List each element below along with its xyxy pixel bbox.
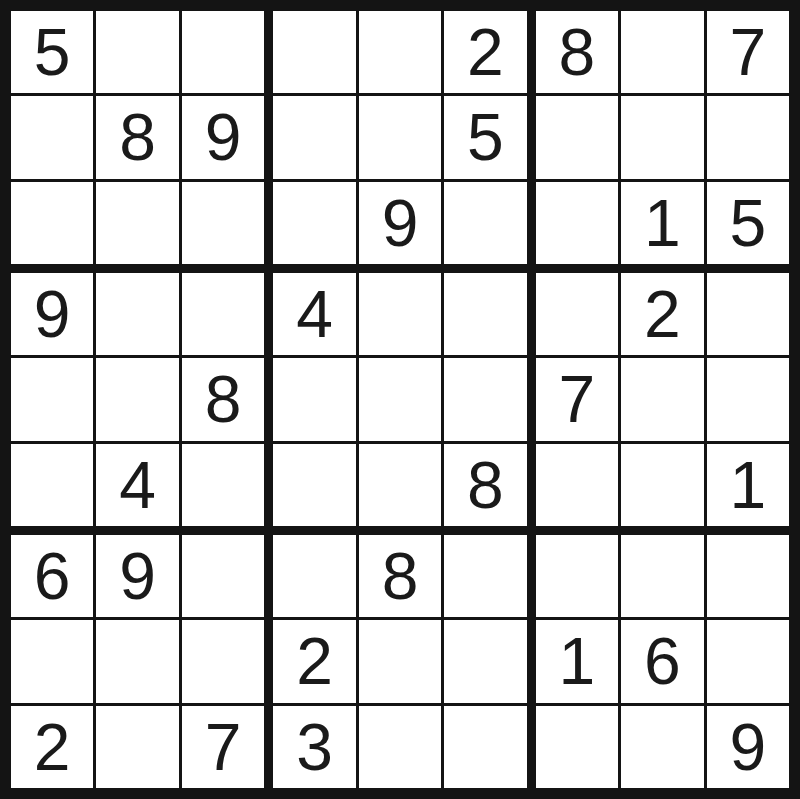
cell-r3c6[interactable] [444, 182, 526, 264]
cell-r3c7[interactable] [536, 182, 618, 264]
cell-r8c7[interactable]: 1 [536, 620, 618, 702]
cell-r7c5[interactable]: 8 [359, 535, 441, 617]
cell-r3c1[interactable] [11, 182, 93, 264]
cell-r5c3[interactable]: 8 [182, 358, 264, 440]
cell-r9c2[interactable] [96, 706, 178, 788]
cell-r1c9[interactable]: 7 [707, 11, 789, 93]
cell-r5c8[interactable] [621, 358, 703, 440]
cell-r9c4[interactable]: 3 [273, 706, 355, 788]
cell-r9c5[interactable] [359, 706, 441, 788]
cell-r2c9[interactable] [707, 96, 789, 178]
cell-r6c6[interactable]: 8 [444, 444, 526, 526]
cell-r5c2[interactable] [96, 358, 178, 440]
cell-r4c8[interactable]: 2 [621, 273, 703, 355]
box-r3c3: 169 [536, 535, 789, 788]
cell-r4c6[interactable] [444, 273, 526, 355]
cell-r4c9[interactable] [707, 273, 789, 355]
sudoku-board: 5892598715984482716927823169 [0, 0, 800, 799]
cell-r8c8[interactable]: 6 [621, 620, 703, 702]
cell-r6c9[interactable]: 1 [707, 444, 789, 526]
cell-r4c2[interactable] [96, 273, 178, 355]
cell-r1c8[interactable] [621, 11, 703, 93]
cell-r5c1[interactable] [11, 358, 93, 440]
cell-r7c3[interactable] [182, 535, 264, 617]
cell-r8c6[interactable] [444, 620, 526, 702]
cell-r1c5[interactable] [359, 11, 441, 93]
box-r2c1: 984 [11, 273, 264, 526]
cell-r2c4[interactable] [273, 96, 355, 178]
cell-r3c5[interactable]: 9 [359, 182, 441, 264]
cell-r7c9[interactable] [707, 535, 789, 617]
cell-r2c3[interactable]: 9 [182, 96, 264, 178]
cell-r3c3[interactable] [182, 182, 264, 264]
cell-r6c3[interactable] [182, 444, 264, 526]
cell-r8c9[interactable] [707, 620, 789, 702]
cell-r8c1[interactable] [11, 620, 93, 702]
cell-r1c3[interactable] [182, 11, 264, 93]
cell-r5c7[interactable]: 7 [536, 358, 618, 440]
cell-r7c1[interactable]: 6 [11, 535, 93, 617]
cell-r2c8[interactable] [621, 96, 703, 178]
cell-r7c7[interactable] [536, 535, 618, 617]
cell-r6c2[interactable]: 4 [96, 444, 178, 526]
cell-r7c6[interactable] [444, 535, 526, 617]
cell-r3c8[interactable]: 1 [621, 182, 703, 264]
cell-r2c6[interactable]: 5 [444, 96, 526, 178]
cell-r4c1[interactable]: 9 [11, 273, 93, 355]
cell-r9c6[interactable] [444, 706, 526, 788]
cell-r1c7[interactable]: 8 [536, 11, 618, 93]
cell-r1c1[interactable]: 5 [11, 11, 93, 93]
cell-r8c3[interactable] [182, 620, 264, 702]
cell-r6c5[interactable] [359, 444, 441, 526]
cell-r3c2[interactable] [96, 182, 178, 264]
cell-r7c4[interactable] [273, 535, 355, 617]
cell-r9c3[interactable]: 7 [182, 706, 264, 788]
cell-r2c1[interactable] [11, 96, 93, 178]
cell-r4c5[interactable] [359, 273, 441, 355]
cell-r9c8[interactable] [621, 706, 703, 788]
cell-r6c4[interactable] [273, 444, 355, 526]
cell-r9c7[interactable] [536, 706, 618, 788]
box-r2c3: 271 [536, 273, 789, 526]
cell-r2c2[interactable]: 8 [96, 96, 178, 178]
box-r1c1: 589 [11, 11, 264, 264]
box-r1c2: 259 [273, 11, 526, 264]
cell-r6c7[interactable] [536, 444, 618, 526]
cell-r8c4[interactable]: 2 [273, 620, 355, 702]
box-r3c2: 823 [273, 535, 526, 788]
cell-r5c4[interactable] [273, 358, 355, 440]
cell-r2c7[interactable] [536, 96, 618, 178]
cell-r4c3[interactable] [182, 273, 264, 355]
cell-r6c1[interactable] [11, 444, 93, 526]
box-r2c2: 48 [273, 273, 526, 526]
cell-r1c4[interactable] [273, 11, 355, 93]
cell-r7c8[interactable] [621, 535, 703, 617]
cell-r4c7[interactable] [536, 273, 618, 355]
cell-r7c2[interactable]: 9 [96, 535, 178, 617]
cell-r2c5[interactable] [359, 96, 441, 178]
cell-r8c5[interactable] [359, 620, 441, 702]
box-r1c3: 8715 [536, 11, 789, 264]
cell-r5c5[interactable] [359, 358, 441, 440]
cell-r1c6[interactable]: 2 [444, 11, 526, 93]
cell-r4c4[interactable]: 4 [273, 273, 355, 355]
box-r3c1: 6927 [11, 535, 264, 788]
cell-r5c6[interactable] [444, 358, 526, 440]
cell-r8c2[interactable] [96, 620, 178, 702]
cell-r6c8[interactable] [621, 444, 703, 526]
cell-r5c9[interactable] [707, 358, 789, 440]
cell-r9c1[interactable]: 2 [11, 706, 93, 788]
cell-r3c4[interactable] [273, 182, 355, 264]
cell-r1c2[interactable] [96, 11, 178, 93]
cell-r9c9[interactable]: 9 [707, 706, 789, 788]
cell-r3c9[interactable]: 5 [707, 182, 789, 264]
